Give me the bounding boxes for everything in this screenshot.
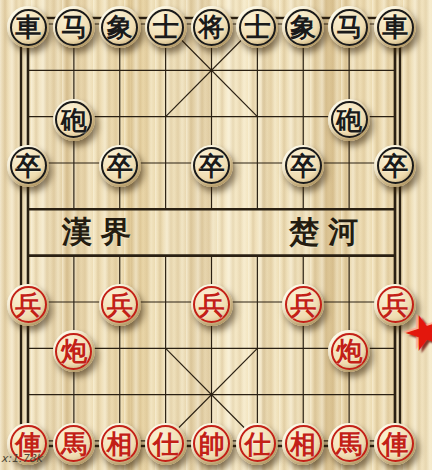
piece-red-chariot[interactable]: 俥 [374,423,416,465]
piece-black-chariot[interactable]: 車 [374,6,416,48]
piece-glyph: 仕 [244,423,270,465]
piece-red-soldier[interactable]: 兵 [99,284,141,326]
piece-glyph: 兵 [199,284,225,326]
piece-glyph: 卒 [199,145,225,187]
river-label-hanjie: 漢界 [62,213,140,251]
piece-glyph: 兵 [107,284,133,326]
piece-glyph: 卒 [290,145,316,187]
piece-glyph: 帥 [199,423,225,465]
piece-glyph: 马 [61,6,87,48]
piece-black-elephant[interactable]: 象 [282,6,324,48]
piece-glyph: 士 [244,6,270,48]
piece-black-elephant[interactable]: 象 [99,6,141,48]
piece-glyph: 兵 [290,284,316,326]
piece-red-advisor[interactable]: 仕 [145,423,187,465]
piece-red-elephant[interactable]: 相 [99,423,141,465]
piece-black-soldier[interactable]: 卒 [99,145,141,187]
piece-glyph: 兵 [382,284,408,326]
piece-glyph: 将 [199,6,225,48]
piece-black-cannon[interactable]: 砲 [328,99,370,141]
piece-glyph: 卒 [107,145,133,187]
piece-glyph: 砲 [61,99,87,141]
piece-glyph: 俥 [382,423,408,465]
piece-black-general[interactable]: 将 [191,6,233,48]
piece-black-soldier[interactable]: 卒 [374,145,416,187]
piece-red-horse[interactable]: 馬 [328,423,370,465]
piece-glyph: 馬 [61,423,87,465]
piece-glyph: 仕 [153,423,179,465]
piece-glyph: 卒 [15,145,41,187]
piece-red-soldier[interactable]: 兵 [191,284,233,326]
piece-black-advisor[interactable]: 士 [145,6,187,48]
piece-black-chariot[interactable]: 車 [7,6,49,48]
piece-red-horse[interactable]: 馬 [53,423,95,465]
piece-glyph: 士 [153,6,179,48]
piece-black-soldier[interactable]: 卒 [191,145,233,187]
piece-glyph: 砲 [336,99,362,141]
river-label-chuhe: 楚河 [289,213,367,251]
piece-glyph: 俥 [15,423,41,465]
piece-glyph: 相 [290,423,316,465]
piece-red-soldier[interactable]: 兵 [282,284,324,326]
xiangqi-board[interactable]: 漢界 楚河 車马象士将士象马車砲砲卒卒卒卒卒兵兵兵兵兵炮炮俥馬相仕帥仕相馬俥 ★… [0,0,432,470]
piece-black-soldier[interactable]: 卒 [7,145,49,187]
piece-black-horse[interactable]: 马 [53,6,95,48]
piece-glyph: 炮 [336,330,362,372]
piece-glyph: 象 [290,6,316,48]
piece-red-general[interactable]: 帥 [191,423,233,465]
piece-red-soldier[interactable]: 兵 [7,284,49,326]
piece-glyph: 馬 [336,423,362,465]
piece-red-cannon[interactable]: 炮 [53,330,95,372]
piece-glyph: 马 [336,6,362,48]
piece-glyph: 車 [15,6,41,48]
piece-red-soldier[interactable]: 兵 [374,284,416,326]
piece-black-horse[interactable]: 马 [328,6,370,48]
piece-glyph: 車 [382,6,408,48]
piece-red-elephant[interactable]: 相 [282,423,324,465]
piece-glyph: 象 [107,6,133,48]
piece-black-soldier[interactable]: 卒 [282,145,324,187]
piece-glyph: 相 [107,423,133,465]
piece-glyph: 卒 [382,145,408,187]
piece-glyph: 兵 [15,284,41,326]
piece-black-cannon[interactable]: 砲 [53,99,95,141]
piece-glyph: 炮 [61,330,87,372]
